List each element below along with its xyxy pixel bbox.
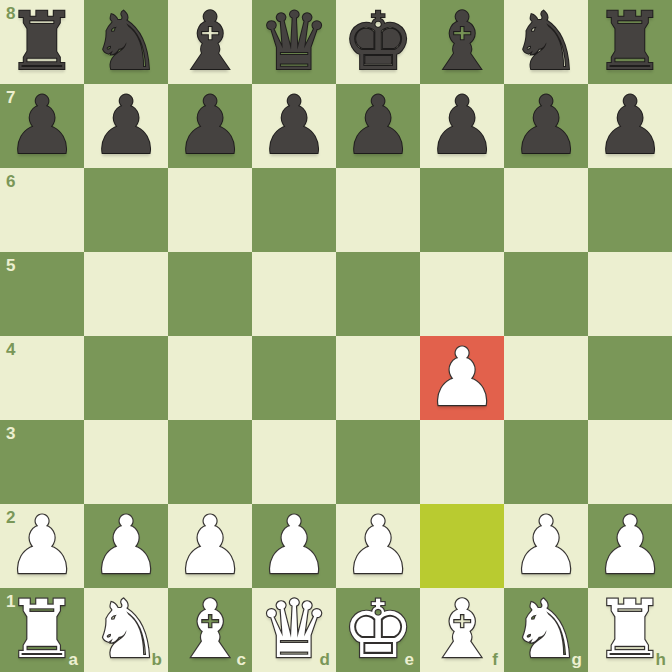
square-g7[interactable]: ♟: [504, 84, 588, 168]
square-b1[interactable]: b♞: [84, 588, 168, 672]
square-b4[interactable]: [84, 336, 168, 420]
rank-label-3: 3: [6, 425, 15, 442]
square-e8[interactable]: ♚: [336, 0, 420, 84]
square-f1[interactable]: f♝: [420, 588, 504, 672]
square-g3[interactable]: [504, 420, 588, 504]
rank-label-4: 4: [6, 341, 15, 358]
square-f8[interactable]: ♝: [420, 0, 504, 84]
square-g6[interactable]: [504, 168, 588, 252]
piece-black-bishop[interactable]: ♝: [426, 0, 498, 84]
piece-black-pawn[interactable]: ♟: [594, 84, 666, 168]
square-b6[interactable]: [84, 168, 168, 252]
square-a3[interactable]: 3: [0, 420, 84, 504]
square-c6[interactable]: [168, 168, 252, 252]
piece-white-pawn[interactable]: ♟: [258, 504, 330, 588]
square-f4[interactable]: ♟: [420, 336, 504, 420]
piece-white-bishop[interactable]: ♝: [426, 588, 498, 672]
square-h4[interactable]: [588, 336, 672, 420]
piece-black-pawn[interactable]: ♟: [90, 84, 162, 168]
square-a5[interactable]: 5: [0, 252, 84, 336]
square-a4[interactable]: 4: [0, 336, 84, 420]
piece-black-pawn[interactable]: ♟: [6, 84, 78, 168]
piece-black-king[interactable]: ♚: [342, 0, 414, 84]
square-g1[interactable]: g♞: [504, 588, 588, 672]
square-g4[interactable]: [504, 336, 588, 420]
square-c7[interactable]: ♟: [168, 84, 252, 168]
piece-black-pawn[interactable]: ♟: [426, 84, 498, 168]
square-b2[interactable]: ♟: [84, 504, 168, 588]
piece-black-knight[interactable]: ♞: [510, 0, 582, 84]
square-g2[interactable]: ♟: [504, 504, 588, 588]
square-f2[interactable]: [420, 504, 504, 588]
square-d4[interactable]: [252, 336, 336, 420]
piece-white-pawn[interactable]: ♟: [342, 504, 414, 588]
square-d6[interactable]: [252, 168, 336, 252]
square-h6[interactable]: [588, 168, 672, 252]
square-e3[interactable]: [336, 420, 420, 504]
piece-white-pawn[interactable]: ♟: [510, 504, 582, 588]
square-c5[interactable]: [168, 252, 252, 336]
square-b8[interactable]: ♞: [84, 0, 168, 84]
piece-white-queen[interactable]: ♛: [258, 588, 330, 672]
square-b7[interactable]: ♟: [84, 84, 168, 168]
piece-white-bishop[interactable]: ♝: [174, 588, 246, 672]
square-a8[interactable]: 8♜: [0, 0, 84, 84]
piece-black-rook[interactable]: ♜: [594, 0, 666, 84]
square-f6[interactable]: [420, 168, 504, 252]
square-e1[interactable]: e♚: [336, 588, 420, 672]
square-a6[interactable]: 6: [0, 168, 84, 252]
square-e4[interactable]: [336, 336, 420, 420]
square-e2[interactable]: ♟: [336, 504, 420, 588]
square-e5[interactable]: [336, 252, 420, 336]
square-d7[interactable]: ♟: [252, 84, 336, 168]
square-f7[interactable]: ♟: [420, 84, 504, 168]
piece-white-pawn[interactable]: ♟: [174, 504, 246, 588]
piece-white-pawn[interactable]: ♟: [594, 504, 666, 588]
square-d5[interactable]: [252, 252, 336, 336]
square-a7[interactable]: 7♟: [0, 84, 84, 168]
piece-white-knight[interactable]: ♞: [90, 588, 162, 672]
square-b3[interactable]: [84, 420, 168, 504]
piece-white-pawn[interactable]: ♟: [90, 504, 162, 588]
square-h3[interactable]: [588, 420, 672, 504]
square-d8[interactable]: ♛: [252, 0, 336, 84]
piece-black-knight[interactable]: ♞: [90, 0, 162, 84]
square-g5[interactable]: [504, 252, 588, 336]
square-h7[interactable]: ♟: [588, 84, 672, 168]
square-h2[interactable]: ♟: [588, 504, 672, 588]
piece-white-pawn[interactable]: ♟: [6, 504, 78, 588]
square-e6[interactable]: [336, 168, 420, 252]
rank-label-5: 5: [6, 257, 15, 274]
square-h5[interactable]: [588, 252, 672, 336]
square-h8[interactable]: ♜: [588, 0, 672, 84]
square-d1[interactable]: d♛: [252, 588, 336, 672]
rank-label-6: 6: [6, 173, 15, 190]
piece-white-pawn[interactable]: ♟: [426, 336, 498, 420]
piece-black-bishop[interactable]: ♝: [174, 0, 246, 84]
piece-white-rook[interactable]: ♜: [594, 588, 666, 672]
square-a2[interactable]: 2♟: [0, 504, 84, 588]
square-d2[interactable]: ♟: [252, 504, 336, 588]
square-c2[interactable]: ♟: [168, 504, 252, 588]
piece-black-queen[interactable]: ♛: [258, 0, 330, 84]
chess-board: 8♜♞♝♛♚♝♞♜7♟♟♟♟♟♟♟♟654♟32♟♟♟♟♟♟♟1a♜b♞c♝d♛…: [0, 0, 672, 672]
square-c4[interactable]: [168, 336, 252, 420]
piece-black-pawn[interactable]: ♟: [174, 84, 246, 168]
square-c1[interactable]: c♝: [168, 588, 252, 672]
piece-black-pawn[interactable]: ♟: [258, 84, 330, 168]
square-g8[interactable]: ♞: [504, 0, 588, 84]
square-a1[interactable]: 1a♜: [0, 588, 84, 672]
square-f3[interactable]: [420, 420, 504, 504]
square-c3[interactable]: [168, 420, 252, 504]
square-c8[interactable]: ♝: [168, 0, 252, 84]
square-h1[interactable]: h♜: [588, 588, 672, 672]
square-f5[interactable]: [420, 252, 504, 336]
piece-black-pawn[interactable]: ♟: [342, 84, 414, 168]
piece-white-knight[interactable]: ♞: [510, 588, 582, 672]
square-b5[interactable]: [84, 252, 168, 336]
piece-white-rook[interactable]: ♜: [6, 588, 78, 672]
piece-black-rook[interactable]: ♜: [6, 0, 78, 84]
square-d3[interactable]: [252, 420, 336, 504]
piece-black-pawn[interactable]: ♟: [510, 84, 582, 168]
square-e7[interactable]: ♟: [336, 84, 420, 168]
piece-white-king[interactable]: ♚: [342, 588, 414, 672]
